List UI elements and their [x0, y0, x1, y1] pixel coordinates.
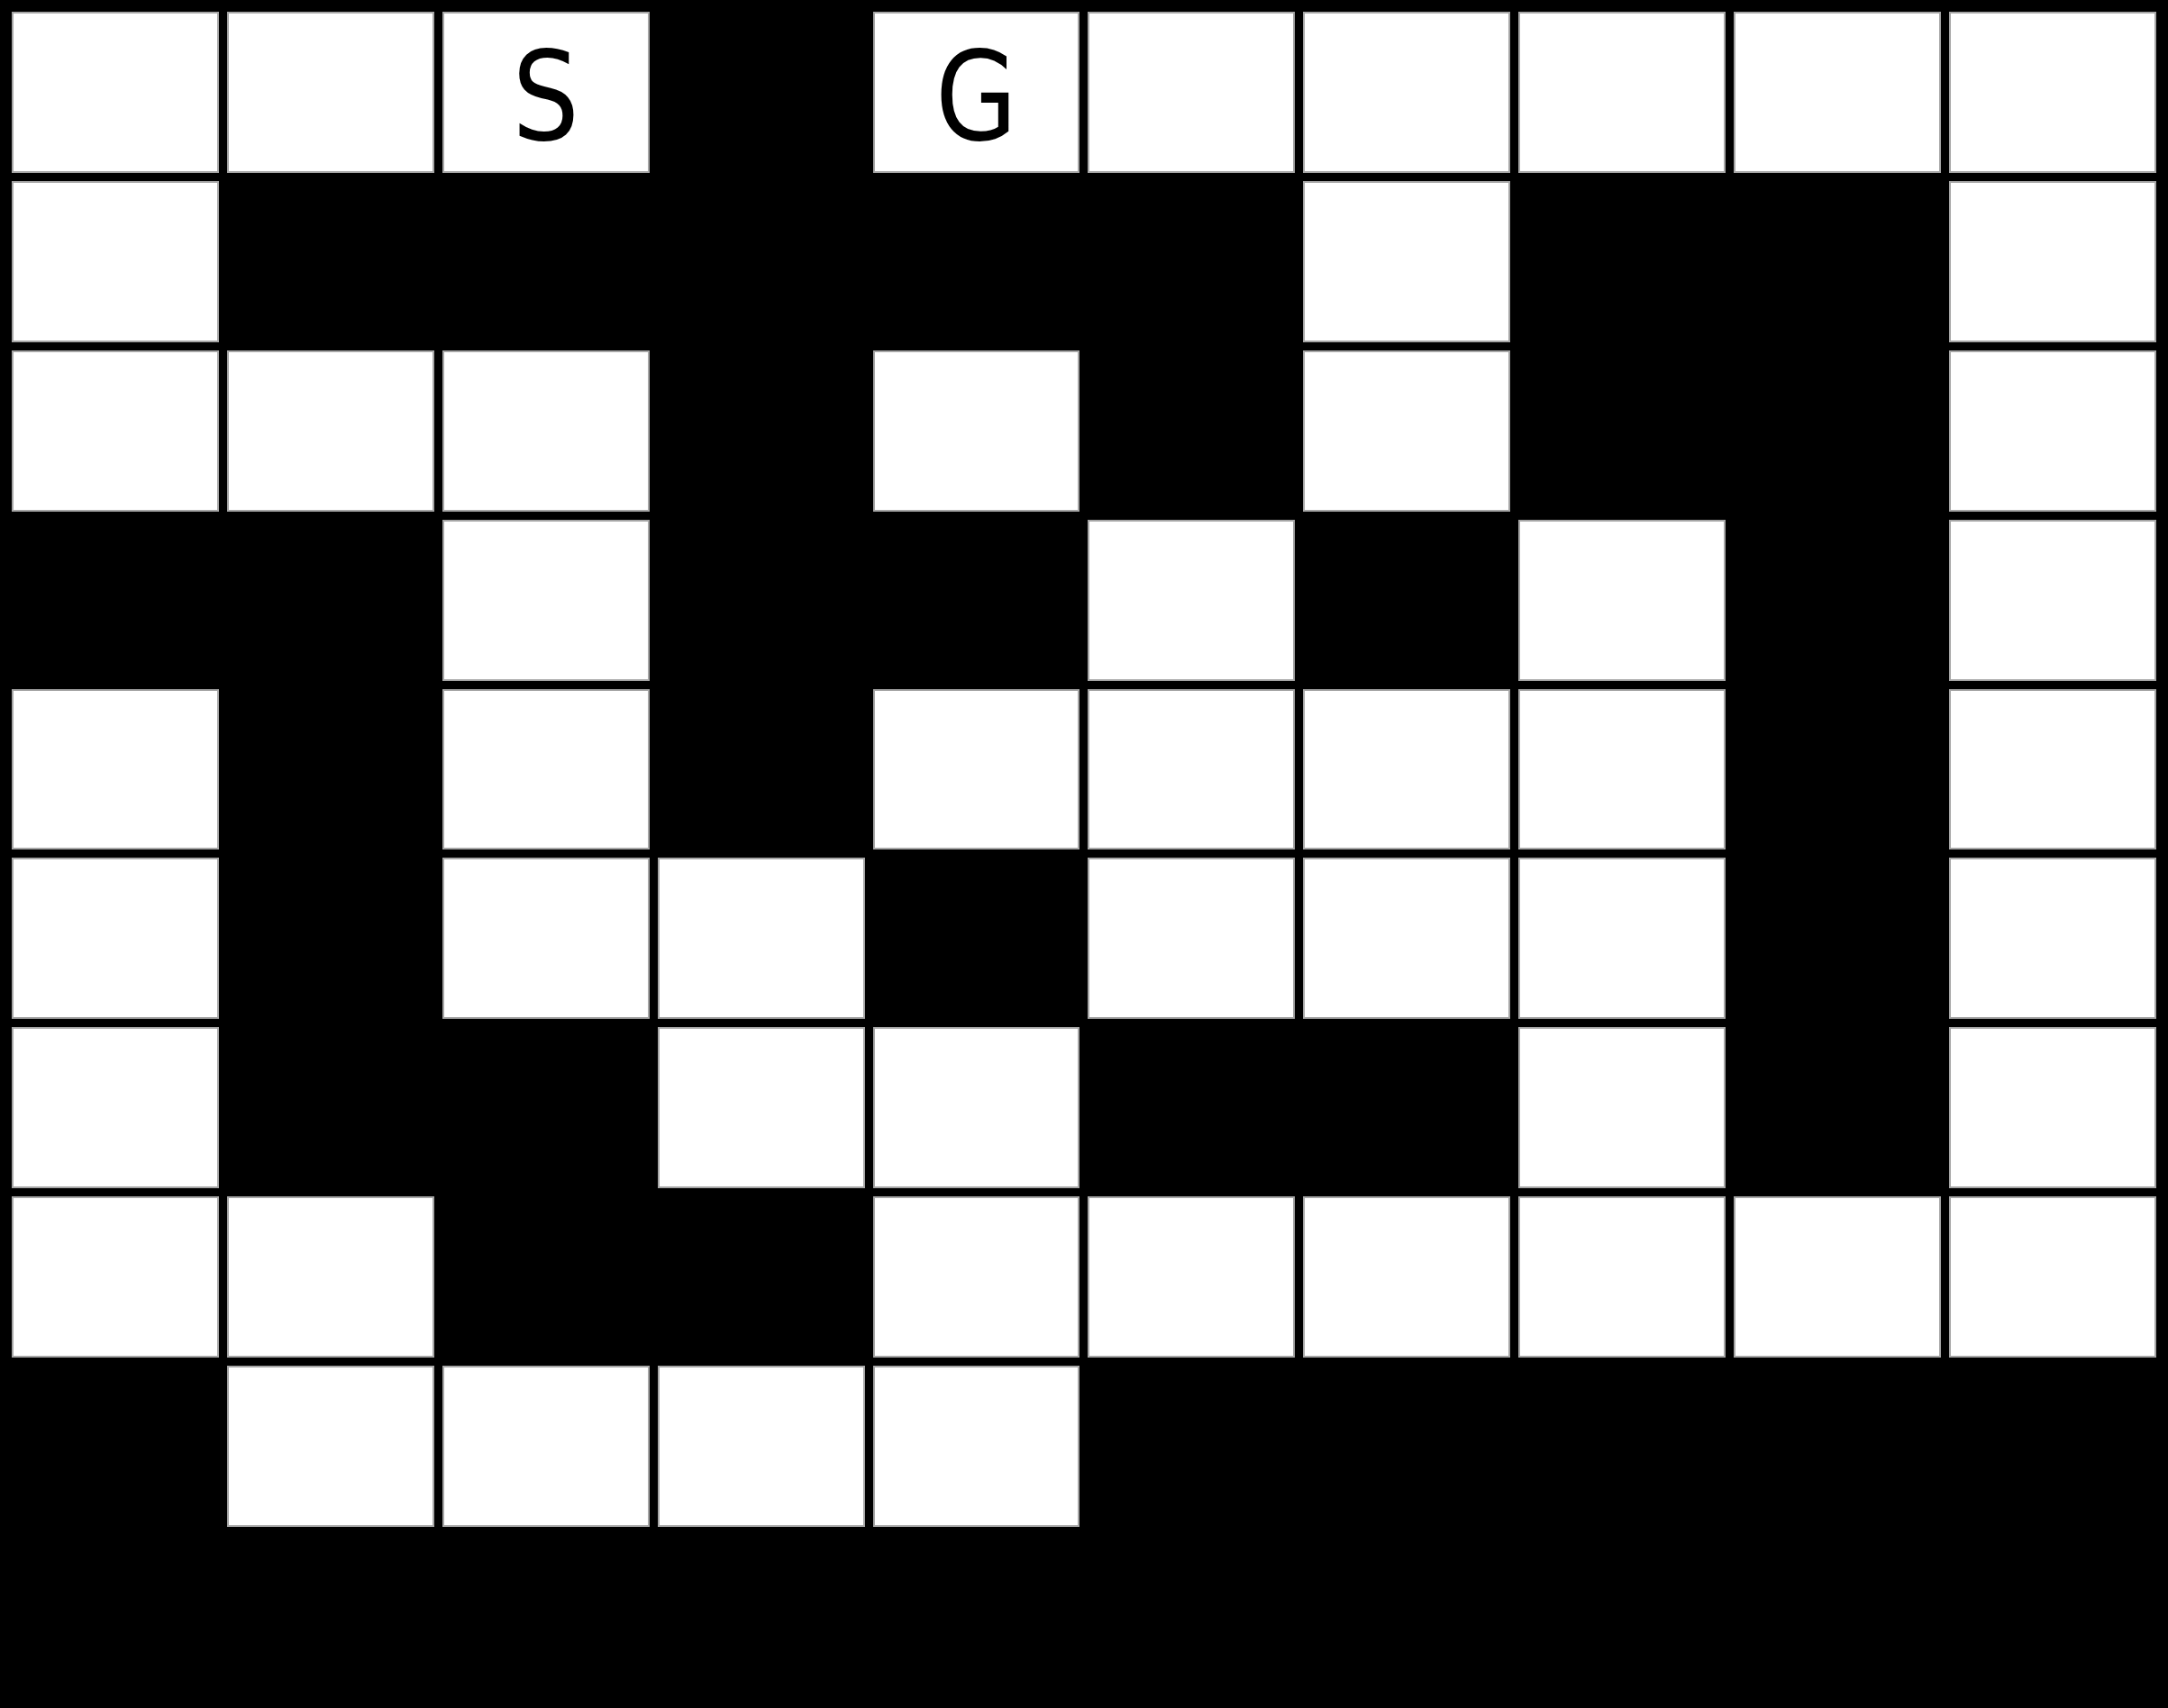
open-cell [1305, 1198, 1508, 1356]
open-cell [229, 14, 433, 171]
open-cell [229, 1198, 433, 1356]
wall-cell [229, 183, 433, 341]
open-cell [1305, 352, 1508, 510]
open-cell [444, 352, 648, 510]
wall-cell [660, 183, 863, 341]
open-cell [1520, 1029, 1724, 1186]
open-cell [229, 352, 433, 510]
wall-cell [660, 691, 863, 849]
open-cell [444, 1367, 648, 1525]
open-cell [1089, 859, 1293, 1017]
wall-cell [660, 522, 863, 679]
wall-cell [875, 859, 1079, 1017]
open-cell [14, 14, 217, 171]
open-cell [1305, 183, 1508, 341]
open-cell [1520, 14, 1724, 171]
wall-cell [14, 522, 217, 679]
wall-cell [14, 1537, 217, 1694]
wall-cell [229, 859, 433, 1017]
start-label: S [513, 35, 579, 159]
wall-cell [660, 1537, 863, 1694]
open-cell [875, 1198, 1079, 1356]
open-cell [444, 859, 648, 1017]
wall-cell [1735, 1367, 1939, 1525]
open-cell [14, 1198, 217, 1356]
open-cell [1520, 691, 1724, 849]
wall-cell [1735, 1029, 1939, 1186]
wall-cell [444, 183, 648, 341]
open-cell [1951, 859, 2154, 1017]
open-cell [660, 1367, 863, 1525]
wall-cell [1520, 183, 1724, 341]
maze-board: SG [0, 0, 2168, 1708]
wall-cell [1735, 352, 1939, 510]
wall-cell [444, 1198, 648, 1356]
open-cell [1305, 14, 1508, 171]
open-cell [1305, 691, 1508, 849]
open-cell [1951, 14, 2154, 171]
wall-cell [1305, 1537, 1508, 1694]
open-cell [1305, 859, 1508, 1017]
open-cell [444, 522, 648, 679]
wall-cell [229, 691, 433, 849]
goal-label: G [935, 35, 1017, 159]
open-cell [14, 352, 217, 510]
wall-cell [1089, 183, 1293, 341]
open-cell [1089, 14, 1293, 171]
wall-cell [229, 522, 433, 679]
wall-cell [1089, 1537, 1293, 1694]
wall-cell [1951, 1367, 2154, 1525]
wall-cell [1735, 859, 1939, 1017]
wall-cell [875, 522, 1079, 679]
wall-cell [1735, 691, 1939, 849]
wall-cell [1089, 1367, 1293, 1525]
start-cell: S [444, 14, 648, 171]
wall-cell [1089, 352, 1293, 510]
wall-cell [1305, 1029, 1508, 1186]
open-cell [875, 352, 1079, 510]
open-cell [1520, 522, 1724, 679]
open-cell [1951, 522, 2154, 679]
wall-cell [660, 352, 863, 510]
wall-cell [444, 1029, 648, 1186]
wall-cell [1089, 1029, 1293, 1186]
wall-cell [1735, 522, 1939, 679]
open-cell [444, 691, 648, 849]
open-cell [14, 859, 217, 1017]
open-cell [660, 859, 863, 1017]
wall-cell [1520, 352, 1724, 510]
open-cell [14, 691, 217, 849]
wall-cell [1735, 183, 1939, 341]
open-cell [1951, 183, 2154, 341]
wall-cell [444, 1537, 648, 1694]
open-cell [1520, 859, 1724, 1017]
open-cell [660, 1029, 863, 1186]
open-cell [14, 1029, 217, 1186]
wall-cell [1735, 1537, 1939, 1694]
wall-cell [660, 14, 863, 171]
open-cell [875, 1367, 1079, 1525]
wall-cell [1520, 1367, 1724, 1525]
open-cell [1520, 1198, 1724, 1356]
wall-cell [1520, 1537, 1724, 1694]
wall-cell [14, 1367, 217, 1525]
open-cell [875, 691, 1079, 849]
wall-cell [1951, 1537, 2154, 1694]
open-cell [1089, 522, 1293, 679]
open-cell [875, 1029, 1079, 1186]
open-cell [229, 1367, 433, 1525]
open-cell [14, 183, 217, 341]
open-cell [1951, 691, 2154, 849]
open-cell [1735, 1198, 1939, 1356]
open-cell [1735, 14, 1939, 171]
open-cell [1089, 691, 1293, 849]
wall-cell [1305, 1367, 1508, 1525]
wall-cell [1305, 522, 1508, 679]
wall-cell [660, 1198, 863, 1356]
wall-cell [875, 183, 1079, 341]
open-cell [1951, 352, 2154, 510]
wall-cell [229, 1029, 433, 1186]
goal-cell: G [875, 14, 1079, 171]
wall-cell [229, 1537, 433, 1694]
open-cell [1089, 1198, 1293, 1356]
open-cell [1951, 1198, 2154, 1356]
open-cell [1951, 1029, 2154, 1186]
wall-cell [875, 1537, 1079, 1694]
